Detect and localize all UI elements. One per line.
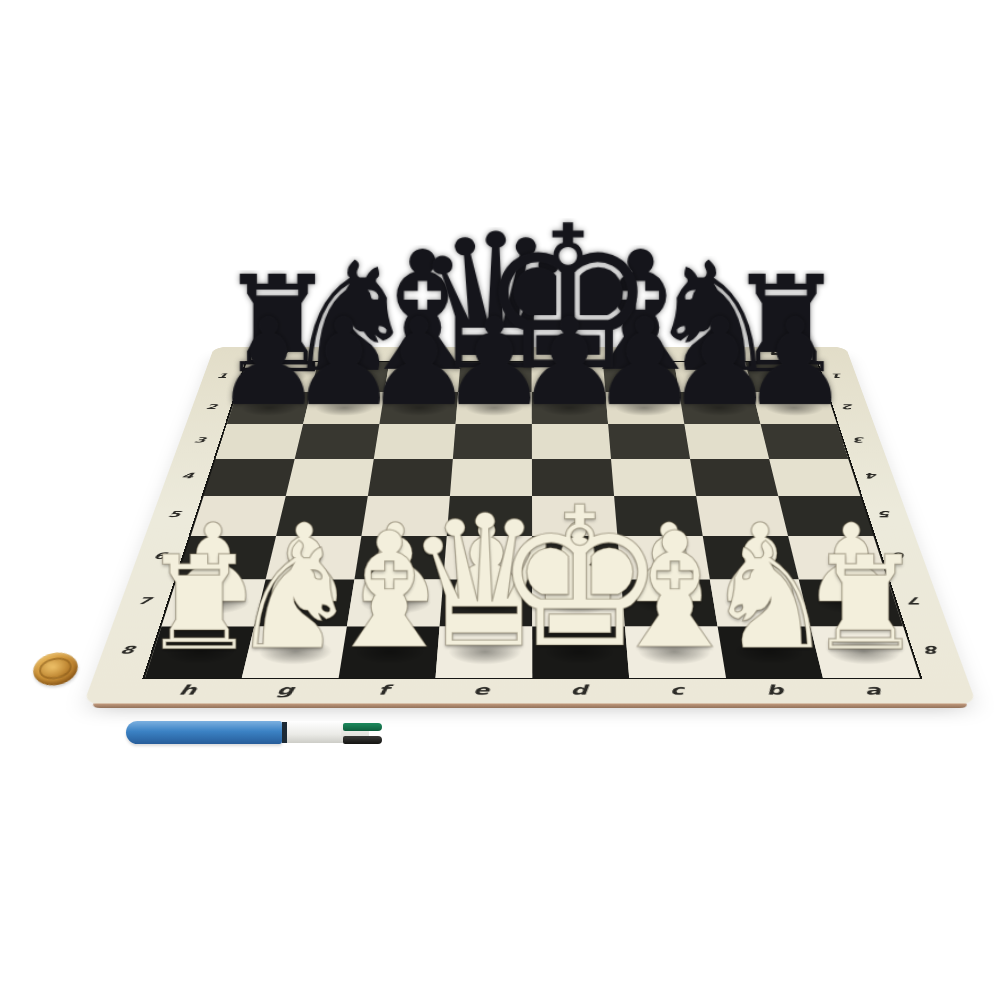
product-photo: ♜♞♝♛♚♝♞♜♟♟♟♟♟♟♟♟♟♟♟♟♟♟♟♟♜♞♝♛♚♝♞♜ 11hh22g…	[0, 0, 1000, 1000]
pen-black-slider	[343, 736, 382, 744]
chessboard-scene: ♜♞♝♛♚♝♞♜♟♟♟♟♟♟♟♟♟♟♟♟♟♟♟♟♜♞♝♛♚♝♞♜ 11hh22g…	[160, 125, 900, 865]
square-g3	[295, 424, 380, 459]
chess-mat: ♜♞♝♛♚♝♞♜♟♟♟♟♟♟♟♟♟♟♟♟♟♟♟♟♜♞♝♛♚♝♞♜ 11hh22g…	[83, 347, 977, 705]
square-b8: ♞	[718, 627, 823, 678]
file-label-bottom-b: b	[756, 682, 793, 698]
square-h3	[216, 424, 303, 459]
mat-edge	[92, 703, 969, 708]
square-g8: ♞	[242, 627, 347, 678]
square-f3	[374, 424, 456, 459]
file-label-bottom-g: g	[267, 682, 304, 698]
chess-board: ♜♞♝♛♚♝♞♜♟♟♟♟♟♟♟♟♟♟♟♟♟♟♟♟♜♞♝♛♚♝♞♜	[142, 361, 922, 679]
piece-white-king: ♚	[493, 499, 666, 657]
square-a3	[761, 424, 849, 459]
rank-label-left-4: 4	[171, 471, 204, 480]
file-label-bottom-a: a	[854, 682, 892, 698]
pen-grip-section	[287, 721, 343, 743]
file-label-bottom-e: e	[464, 682, 498, 698]
square-h4	[204, 459, 295, 496]
square-b3	[684, 424, 769, 459]
rank-label-left-3: 3	[184, 436, 215, 444]
square-e3	[453, 424, 532, 459]
square-d8: ♚	[532, 627, 629, 678]
pen-green-slider	[343, 723, 382, 731]
coin	[30, 649, 81, 690]
file-label-bottom-f: f	[365, 682, 400, 698]
pen-barrel	[126, 721, 282, 744]
square-d3	[532, 424, 611, 459]
rank-label-right-3: 3	[844, 436, 875, 444]
square-a4	[769, 459, 860, 496]
four-color-pen	[126, 718, 384, 748]
piece-black-pawn: ♟	[741, 312, 849, 411]
piece-white-knight: ♞	[229, 537, 360, 657]
square-b4	[690, 459, 778, 496]
rank-label-right-4: 4	[856, 471, 889, 480]
square-g4	[286, 459, 374, 496]
file-label-bottom-c: c	[659, 682, 694, 698]
file-label-bottom-d: d	[562, 682, 596, 698]
piece-white-knight: ♞	[705, 537, 836, 657]
file-label-bottom-h: h	[169, 682, 207, 698]
square-a2: ♟	[753, 392, 837, 424]
square-c3	[608, 424, 690, 459]
